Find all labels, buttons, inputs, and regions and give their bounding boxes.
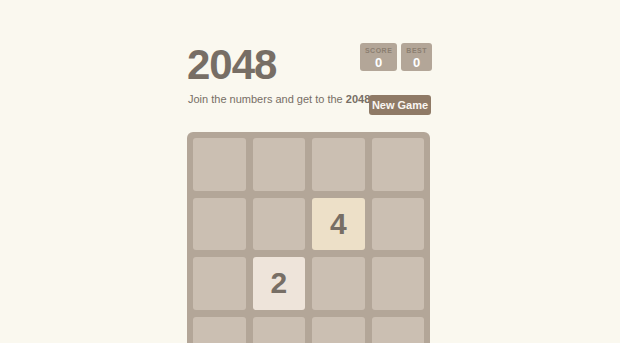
game-title: 2048 — [187, 44, 276, 86]
board-cell — [193, 257, 246, 310]
board-cell — [193, 198, 246, 251]
best-box: BEST 0 — [401, 43, 432, 71]
score-box: SCORE 0 — [360, 43, 397, 71]
board-cell — [312, 317, 365, 343]
board-cell — [372, 257, 425, 310]
tile-4: 4 — [312, 198, 365, 251]
subtitle: Join the numbers and get to the 2048 til… — [188, 90, 393, 109]
tile-2: 2 — [253, 257, 306, 310]
board-cell — [253, 138, 306, 191]
score-value: 0 — [365, 56, 392, 70]
board-cell — [372, 198, 425, 251]
subtitle-text: Join the numbers and get to the — [188, 93, 346, 105]
board-cell — [253, 317, 306, 343]
board-cell — [372, 317, 425, 343]
scoreboard: SCORE 0 BEST 0 — [360, 43, 432, 71]
board-cell — [312, 257, 365, 310]
new-game-button[interactable]: New Game — [369, 95, 431, 115]
score-label: SCORE — [365, 47, 392, 55]
board-cell — [193, 138, 246, 191]
game-container: 2048 SCORE 0 BEST 0 Join the numbers and… — [187, 0, 430, 343]
board-cell — [312, 138, 365, 191]
best-value: 0 — [406, 56, 427, 70]
board-cell — [253, 198, 306, 251]
game-board: 42 — [187, 132, 430, 343]
best-label: BEST — [406, 47, 427, 55]
board-cell — [372, 138, 425, 191]
board-cell — [193, 317, 246, 343]
